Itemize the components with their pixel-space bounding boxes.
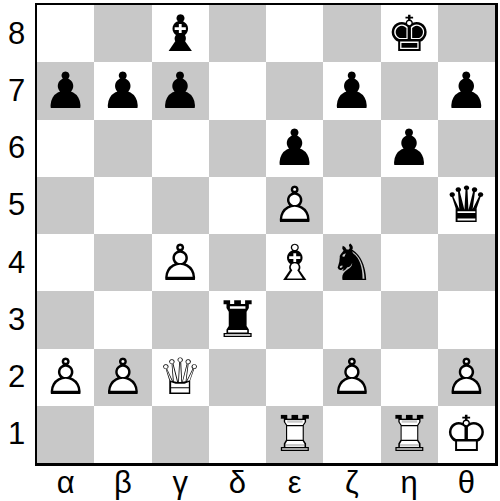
file-labels: αβγδεζηθ bbox=[37, 465, 495, 500]
square-b2[interactable]: ♟♙ bbox=[94, 349, 151, 406]
white-king[interactable]: ♚♔ bbox=[444, 409, 489, 459]
white-pawn-outline: ♙ bbox=[329, 352, 374, 402]
file-label-d: δ bbox=[209, 465, 266, 501]
square-b3[interactable] bbox=[94, 291, 151, 348]
square-g8[interactable]: ♚ bbox=[381, 5, 438, 62]
square-f3[interactable] bbox=[323, 291, 380, 348]
rank-label-4: 4 bbox=[0, 234, 33, 291]
square-c4[interactable]: ♟♙ bbox=[152, 234, 209, 291]
black-pawn-glyph: ♟ bbox=[100, 66, 145, 116]
square-f6[interactable] bbox=[323, 120, 380, 177]
square-c1[interactable] bbox=[152, 406, 209, 463]
square-g5[interactable] bbox=[381, 177, 438, 234]
square-f8[interactable] bbox=[323, 5, 380, 62]
square-c5[interactable] bbox=[152, 177, 209, 234]
square-g2[interactable] bbox=[381, 349, 438, 406]
square-g6[interactable]: ♟ bbox=[381, 120, 438, 177]
file-label-h: θ bbox=[438, 465, 495, 501]
square-h1[interactable]: ♚♔ bbox=[438, 406, 495, 463]
white-pawn-outline: ♙ bbox=[272, 180, 317, 230]
square-e2[interactable] bbox=[266, 349, 323, 406]
rank-label-2: 2 bbox=[0, 349, 33, 406]
white-bishop[interactable]: ♝♗ bbox=[272, 238, 317, 288]
square-f4[interactable]: ♞ bbox=[323, 234, 380, 291]
file-label-b: β bbox=[94, 465, 151, 501]
square-c3[interactable] bbox=[152, 291, 209, 348]
square-h7[interactable]: ♟ bbox=[438, 62, 495, 119]
white-pawn[interactable]: ♟♙ bbox=[444, 352, 489, 402]
square-d7[interactable] bbox=[209, 62, 266, 119]
square-h4[interactable] bbox=[438, 234, 495, 291]
rank-label-5: 5 bbox=[0, 177, 33, 234]
rank-label-1: 1 bbox=[0, 406, 33, 463]
white-queen[interactable]: ♛♕ bbox=[158, 352, 203, 402]
square-b8[interactable] bbox=[94, 5, 151, 62]
white-pawn[interactable]: ♟♙ bbox=[43, 352, 88, 402]
square-a5[interactable] bbox=[37, 177, 94, 234]
black-knight[interactable]: ♞ bbox=[329, 238, 374, 288]
square-e5[interactable]: ♟♙ bbox=[266, 177, 323, 234]
file-label-c: γ bbox=[152, 465, 209, 501]
file-label-a: α bbox=[37, 465, 94, 501]
white-rook-outline: ♖ bbox=[272, 409, 317, 459]
square-d2[interactable] bbox=[209, 349, 266, 406]
square-c7[interactable]: ♟ bbox=[152, 62, 209, 119]
black-rook[interactable]: ♜ bbox=[215, 295, 260, 345]
white-pawn[interactable]: ♟♙ bbox=[158, 238, 203, 288]
square-g4[interactable] bbox=[381, 234, 438, 291]
square-a2[interactable]: ♟♙ bbox=[37, 349, 94, 406]
square-e4[interactable]: ♝♗ bbox=[266, 234, 323, 291]
square-e3[interactable] bbox=[266, 291, 323, 348]
square-d8[interactable] bbox=[209, 5, 266, 62]
black-pawn[interactable]: ♟ bbox=[329, 66, 374, 116]
white-pawn[interactable]: ♟♙ bbox=[100, 352, 145, 402]
square-a7[interactable]: ♟ bbox=[37, 62, 94, 119]
white-rook-outline: ♖ bbox=[387, 409, 432, 459]
square-e8[interactable] bbox=[266, 5, 323, 62]
square-h5[interactable]: ♛ bbox=[438, 177, 495, 234]
white-pawn[interactable]: ♟♙ bbox=[329, 352, 374, 402]
black-pawn[interactable]: ♟ bbox=[444, 66, 489, 116]
black-knight-glyph: ♞ bbox=[329, 238, 374, 288]
square-a4[interactable] bbox=[37, 234, 94, 291]
square-a3[interactable] bbox=[37, 291, 94, 348]
square-g1[interactable]: ♜♖ bbox=[381, 406, 438, 463]
black-king-glyph: ♚ bbox=[387, 9, 432, 59]
black-pawn-glyph: ♟ bbox=[329, 66, 374, 116]
square-d6[interactable] bbox=[209, 120, 266, 177]
black-bishop[interactable]: ♝ bbox=[158, 9, 203, 59]
square-e6[interactable]: ♟ bbox=[266, 120, 323, 177]
white-pawn[interactable]: ♟♙ bbox=[272, 180, 317, 230]
black-rook-glyph: ♜ bbox=[215, 295, 260, 345]
black-pawn[interactable]: ♟ bbox=[43, 66, 88, 116]
square-f7[interactable]: ♟ bbox=[323, 62, 380, 119]
black-pawn-glyph: ♟ bbox=[444, 66, 489, 116]
square-f1[interactable] bbox=[323, 406, 380, 463]
black-pawn[interactable]: ♟ bbox=[100, 66, 145, 116]
square-e7[interactable] bbox=[266, 62, 323, 119]
square-h2[interactable]: ♟♙ bbox=[438, 349, 495, 406]
square-c6[interactable] bbox=[152, 120, 209, 177]
black-pawn[interactable]: ♟ bbox=[272, 123, 317, 173]
chess-board: ♝♚♟♟♟♟♟♟♟♟♙♛♟♙♝♗♞♜♟♙♟♙♛♕♟♙♟♙♜♖♜♖♚♔ bbox=[37, 5, 495, 463]
file-label-g: η bbox=[381, 465, 438, 501]
black-pawn[interactable]: ♟ bbox=[158, 66, 203, 116]
board-frame: ♝♚♟♟♟♟♟♟♟♟♙♛♟♙♝♗♞♜♟♙♟♙♛♕♟♙♟♙♜♖♜♖♚♔ bbox=[35, 3, 498, 466]
file-label-f: ζ bbox=[323, 465, 380, 501]
square-h8[interactable] bbox=[438, 5, 495, 62]
black-bishop-glyph: ♝ bbox=[158, 9, 203, 59]
black-king[interactable]: ♚ bbox=[387, 9, 432, 59]
rank-label-8: 8 bbox=[0, 5, 33, 62]
white-pawn-outline: ♙ bbox=[43, 352, 88, 402]
white-pawn-outline: ♙ bbox=[100, 352, 145, 402]
white-king-outline: ♔ bbox=[444, 409, 489, 459]
rank-label-7: 7 bbox=[0, 62, 33, 119]
black-pawn-glyph: ♟ bbox=[272, 123, 317, 173]
square-b6[interactable] bbox=[94, 120, 151, 177]
square-d1[interactable] bbox=[209, 406, 266, 463]
rank-labels: 87654321 bbox=[0, 5, 33, 463]
square-g7[interactable] bbox=[381, 62, 438, 119]
square-a1[interactable] bbox=[37, 406, 94, 463]
square-h3[interactable] bbox=[438, 291, 495, 348]
square-b4[interactable] bbox=[94, 234, 151, 291]
square-f2[interactable]: ♟♙ bbox=[323, 349, 380, 406]
square-d3[interactable]: ♜ bbox=[209, 291, 266, 348]
file-label-e: ε bbox=[266, 465, 323, 501]
black-queen-glyph: ♛ bbox=[444, 180, 489, 230]
black-pawn-glyph: ♟ bbox=[43, 66, 88, 116]
square-a6[interactable] bbox=[37, 120, 94, 177]
rank-label-3: 3 bbox=[0, 291, 33, 348]
white-bishop-outline: ♗ bbox=[272, 238, 317, 288]
black-pawn-glyph: ♟ bbox=[387, 123, 432, 173]
white-pawn-outline: ♙ bbox=[158, 238, 203, 288]
square-b7[interactable]: ♟ bbox=[94, 62, 151, 119]
square-g3[interactable] bbox=[381, 291, 438, 348]
white-queen-outline: ♕ bbox=[158, 352, 203, 402]
square-b1[interactable] bbox=[94, 406, 151, 463]
square-c2[interactable]: ♛♕ bbox=[152, 349, 209, 406]
black-queen[interactable]: ♛ bbox=[444, 180, 489, 230]
square-d4[interactable] bbox=[209, 234, 266, 291]
square-f5[interactable] bbox=[323, 177, 380, 234]
black-pawn-glyph: ♟ bbox=[158, 66, 203, 116]
square-c8[interactable]: ♝ bbox=[152, 5, 209, 62]
white-rook[interactable]: ♜♖ bbox=[272, 409, 317, 459]
square-a8[interactable] bbox=[37, 5, 94, 62]
square-h6[interactable] bbox=[438, 120, 495, 177]
square-e1[interactable]: ♜♖ bbox=[266, 406, 323, 463]
square-d5[interactable] bbox=[209, 177, 266, 234]
black-pawn[interactable]: ♟ bbox=[387, 123, 432, 173]
square-b5[interactable] bbox=[94, 177, 151, 234]
white-rook[interactable]: ♜♖ bbox=[387, 409, 432, 459]
rank-label-6: 6 bbox=[0, 120, 33, 177]
white-pawn-outline: ♙ bbox=[444, 352, 489, 402]
